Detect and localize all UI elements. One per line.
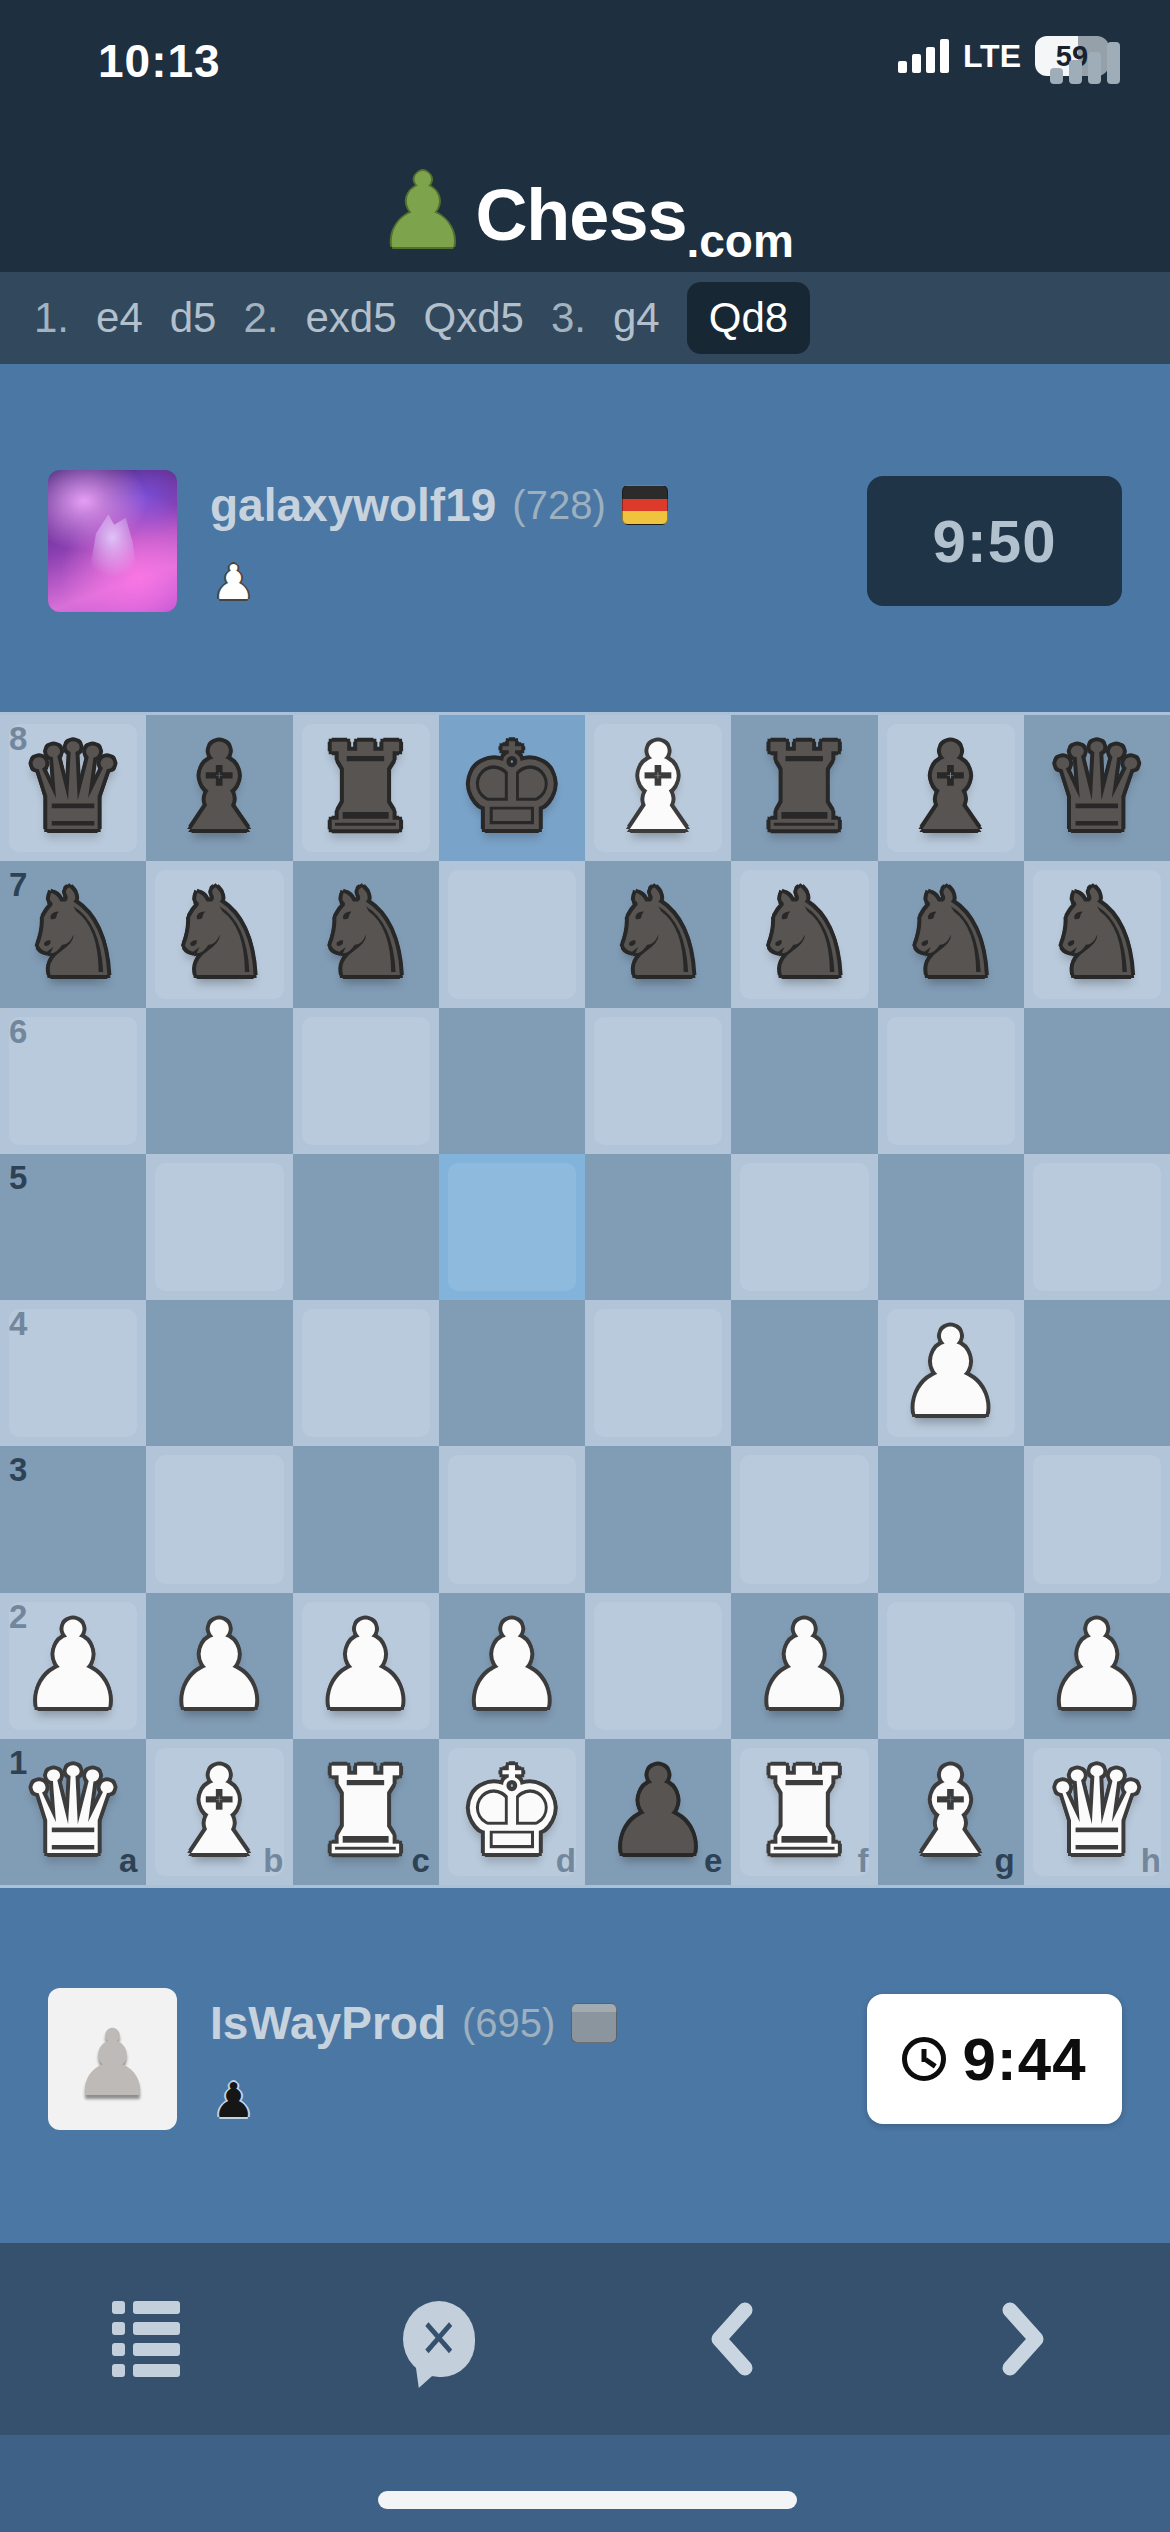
black-queen-piece: ♛	[1024, 715, 1170, 861]
file-label: b	[263, 1842, 283, 1880]
square-c6[interactable]	[293, 1008, 439, 1154]
square-d1[interactable]: d♚	[439, 1739, 585, 1885]
home-indicator[interactable]	[378, 2491, 797, 2509]
file-label: e	[704, 1842, 722, 1880]
square-h2[interactable]: ♟	[1024, 1593, 1170, 1739]
white-pawn-piece: ♟	[293, 1593, 439, 1739]
square-b1[interactable]: b♝	[146, 1739, 292, 1885]
square-c1[interactable]: c♜	[293, 1739, 439, 1885]
move-token[interactable]: 3.	[551, 294, 586, 342]
captured-white-pawn-icon: ♟	[212, 558, 255, 606]
square-a2[interactable]: 2♟	[0, 1593, 146, 1739]
square-b5[interactable]	[146, 1154, 292, 1300]
black-knight-piece: ♞	[293, 861, 439, 1007]
avatar-default-pawn[interactable]: ♟	[48, 1988, 177, 2130]
clock-top-time: 9:50	[932, 507, 1056, 576]
square-f3[interactable]	[731, 1446, 877, 1592]
square-h7[interactable]: ♞	[1024, 861, 1170, 1007]
move-token[interactable]: e4	[96, 294, 143, 342]
black-knight-piece: ♞	[731, 861, 877, 1007]
rank-label: 2	[9, 1598, 27, 1636]
black-rook-piece: ♜	[293, 715, 439, 861]
square-h4[interactable]	[1024, 1300, 1170, 1446]
square-c7[interactable]: ♞	[293, 861, 439, 1007]
square-g2[interactable]	[878, 1593, 1024, 1739]
app-screen: 10:13 LTE 59 ♟ Chess .com 1.e4d52.exd5Qx…	[0, 0, 1170, 2532]
white-pawn-piece: ♟	[439, 1593, 585, 1739]
bottom-strip	[0, 2435, 1170, 2532]
file-label: f	[858, 1842, 869, 1880]
square-h6[interactable]	[1024, 1008, 1170, 1154]
square-d7[interactable]	[439, 861, 585, 1007]
chess-board: 8♛♝♜♚♝♜♝♛7♞♞♞♞♞♞♞654♟32♟♟♟♟♟♟1a♛b♝c♜d♚e♟…	[0, 712, 1170, 1888]
status-bar: 10:13 LTE 59	[0, 28, 1170, 94]
square-e1[interactable]: e♟	[585, 1739, 731, 1885]
rank-label: 6	[9, 1013, 27, 1051]
square-e8[interactable]: ♝	[585, 715, 731, 861]
square-f7[interactable]: ♞	[731, 861, 877, 1007]
move-list-button[interactable]	[0, 2243, 293, 2435]
white-bishop-piece: ♝	[585, 715, 731, 861]
player-card-top: galaxywolf19 (728) ♟ 9:50	[0, 470, 1170, 615]
square-d6[interactable]	[439, 1008, 585, 1154]
cellular-signal-icon	[898, 39, 949, 73]
rank-label: 4	[9, 1305, 27, 1343]
square-e4[interactable]	[585, 1300, 731, 1446]
square-f4[interactable]	[731, 1300, 877, 1446]
clock-icon	[902, 2037, 946, 2081]
square-g7[interactable]: ♞	[878, 861, 1024, 1007]
black-rook-piece: ♜	[731, 715, 877, 861]
square-f8[interactable]: ♜	[731, 715, 877, 861]
clock-bottom-time: 9:44	[962, 2025, 1086, 2094]
square-e5[interactable]	[585, 1154, 731, 1300]
file-label: c	[411, 1842, 429, 1880]
move-token[interactable]: 2.	[243, 294, 278, 342]
white-pawn-piece: ♟	[1024, 1593, 1170, 1739]
file-label: g	[995, 1842, 1015, 1880]
rank-label: 5	[9, 1159, 27, 1197]
brand-name: Chess	[475, 174, 686, 256]
player-rating-top: (728)	[512, 483, 605, 528]
square-g3[interactable]	[878, 1446, 1024, 1592]
square-a5[interactable]: 5	[0, 1154, 146, 1300]
header: 10:13 LTE 59 ♟ Chess .com	[0, 0, 1170, 272]
black-knight-piece: ♞	[1024, 861, 1170, 1007]
square-a8[interactable]: 8♛	[0, 715, 146, 861]
black-knight-piece: ♞	[585, 861, 731, 1007]
move-token[interactable]: d5	[170, 294, 217, 342]
move-token[interactable]: g4	[613, 294, 660, 342]
player-name-top[interactable]: galaxywolf19	[210, 478, 496, 532]
white-pawn-piece: ♟	[146, 1593, 292, 1739]
player-card-bottom: ♟ IsWayProd (695) ♟ 9:44	[0, 1988, 1170, 2133]
rank-label: 8	[9, 720, 27, 758]
clock-bottom: 9:44	[867, 1994, 1122, 2124]
chevron-right-icon	[998, 2302, 1050, 2376]
square-e3[interactable]	[585, 1446, 731, 1592]
black-king-piece: ♚	[439, 715, 585, 861]
square-d2[interactable]: ♟	[439, 1593, 585, 1739]
square-g6[interactable]	[878, 1008, 1024, 1154]
square-b3[interactable]	[146, 1446, 292, 1592]
square-a4[interactable]: 4	[0, 1300, 146, 1446]
white-pawn-piece: ♟	[878, 1300, 1024, 1446]
rank-label: 3	[9, 1451, 27, 1489]
bottom-toolbar: ✕	[0, 2243, 1170, 2435]
white-rook-piece: ♜	[731, 1739, 877, 1885]
forward-move-button[interactable]	[878, 2243, 1170, 2435]
square-b2[interactable]: ♟	[146, 1593, 292, 1739]
brand-suffix: .com	[686, 214, 793, 280]
rank-label: 1	[9, 1744, 27, 1782]
square-c8[interactable]: ♜	[293, 715, 439, 861]
square-g4[interactable]: ♟	[878, 1300, 1024, 1446]
chesscom-pawn-logo-icon: ♟	[376, 159, 469, 263]
square-f5[interactable]	[731, 1154, 877, 1300]
status-time: 10:13	[98, 34, 221, 88]
square-e7[interactable]: ♞	[585, 861, 731, 1007]
square-f1[interactable]: f♜	[731, 1739, 877, 1885]
square-a6[interactable]: 6	[0, 1008, 146, 1154]
square-c5[interactable]	[293, 1154, 439, 1300]
square-h8[interactable]: ♛	[1024, 715, 1170, 861]
square-a7[interactable]: 7♞	[0, 861, 146, 1007]
square-d8[interactable]: ♚	[439, 715, 585, 861]
square-c3[interactable]	[293, 1446, 439, 1592]
move-token[interactable]: 1.	[34, 294, 69, 342]
square-b8[interactable]: ♝	[146, 715, 292, 861]
player-rating-bottom: (695)	[462, 2001, 555, 2046]
blank-flag-icon	[571, 2003, 617, 2043]
black-bishop-piece: ♝	[146, 715, 292, 861]
network-type-label: LTE	[963, 38, 1021, 75]
clock-top: 9:50	[867, 476, 1122, 606]
square-h1[interactable]: h♛	[1024, 1739, 1170, 1885]
connection-bars-icon	[1050, 42, 1120, 84]
square-d3[interactable]	[439, 1446, 585, 1592]
chevron-left-icon	[705, 2302, 757, 2376]
back-move-button[interactable]	[585, 2243, 878, 2435]
square-f2[interactable]: ♟	[731, 1593, 877, 1739]
square-h5[interactable]	[1024, 1154, 1170, 1300]
move-token[interactable]: Qxd5	[424, 294, 524, 342]
square-e6[interactable]	[585, 1008, 731, 1154]
black-knight-piece: ♞	[146, 861, 292, 1007]
square-g1[interactable]: g♝	[878, 1739, 1024, 1885]
move-token[interactable]: exd5	[306, 294, 397, 342]
file-label: h	[1141, 1842, 1161, 1880]
file-label: d	[556, 1842, 576, 1880]
square-f6[interactable]	[731, 1008, 877, 1154]
default-pawn-glyph: ♟	[71, 2010, 153, 2117]
player-name-bottom[interactable]: IsWayProd	[210, 1996, 446, 2050]
move-list: 1.e4d52.exd5Qxd53.g4Qd8	[0, 272, 1170, 364]
square-b7[interactable]: ♞	[146, 861, 292, 1007]
move-current[interactable]: Qd8	[687, 282, 810, 354]
square-g8[interactable]: ♝	[878, 715, 1024, 861]
black-knight-piece: ♞	[878, 861, 1024, 1007]
white-pawn-piece: ♟	[731, 1593, 877, 1739]
square-d4[interactable]	[439, 1300, 585, 1446]
brand-logo: ♟ Chess .com	[0, 150, 1170, 280]
square-c4[interactable]	[293, 1300, 439, 1446]
move-list-icon	[112, 2301, 180, 2377]
chat-disabled-icon: ✕	[403, 2301, 475, 2377]
black-bishop-piece: ♝	[878, 715, 1024, 861]
square-e2[interactable]	[585, 1593, 731, 1739]
rank-label: 7	[9, 866, 27, 904]
square-h3[interactable]	[1024, 1446, 1170, 1592]
square-a1[interactable]: 1a♛	[0, 1739, 146, 1885]
square-a3[interactable]: 3	[0, 1446, 146, 1592]
square-g5[interactable]	[878, 1154, 1024, 1300]
captured-black-pawn-icon: ♟	[212, 2076, 255, 2124]
chat-disabled-button[interactable]: ✕	[293, 2243, 586, 2435]
square-c2[interactable]: ♟	[293, 1593, 439, 1739]
germany-flag-icon	[622, 485, 668, 525]
square-b4[interactable]	[146, 1300, 292, 1446]
avatar-galaxy-wolf[interactable]	[48, 470, 177, 612]
file-label: a	[119, 1842, 137, 1880]
square-d5[interactable]	[439, 1154, 585, 1300]
square-b6[interactable]	[146, 1008, 292, 1154]
